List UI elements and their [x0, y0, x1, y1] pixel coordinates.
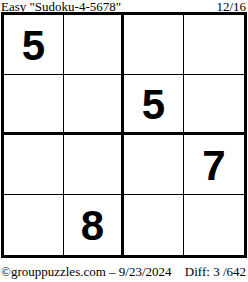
cell-r4c4-empty[interactable]	[184, 195, 244, 255]
cell-r2c4-empty[interactable]	[184, 75, 244, 135]
sudoku-board: 5578	[1, 12, 247, 258]
cell-r3c2-empty[interactable]	[64, 135, 124, 195]
cell-r1c1-given: 5	[4, 15, 64, 75]
cell-r1c3-empty[interactable]	[124, 15, 184, 75]
puzzle-page: Easy "Sudoku-4-5678" 12/16 5578 ©grouppu…	[0, 0, 248, 282]
cell-r1c2-empty[interactable]	[64, 15, 124, 75]
cell-r2c1-empty[interactable]	[4, 75, 64, 135]
cell-r1c4-empty[interactable]	[184, 15, 244, 75]
cell-r4c3-empty[interactable]	[124, 195, 184, 255]
cell-r2c2-empty[interactable]	[64, 75, 124, 135]
difficulty-text: Diff: 3 /642	[185, 264, 246, 279]
cell-r3c3-empty[interactable]	[124, 135, 184, 195]
copyright-text: ©grouppuzzles.com – 9/23/2024	[1, 264, 172, 279]
cell-r3c4-given: 7	[184, 135, 244, 195]
footer: ©grouppuzzles.com – 9/23/2024 Diff: 3 /6…	[1, 264, 246, 279]
cell-r2c3-given: 5	[124, 75, 184, 135]
cell-r4c1-empty[interactable]	[4, 195, 64, 255]
cell-r4c2-given: 8	[64, 195, 124, 255]
cell-r3c1-empty[interactable]	[4, 135, 64, 195]
